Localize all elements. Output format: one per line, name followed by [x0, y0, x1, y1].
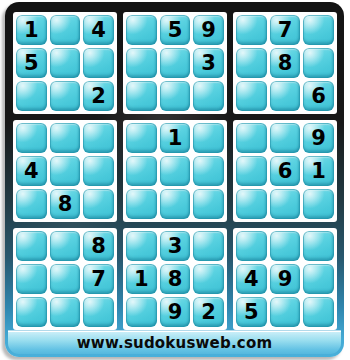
cell-r3c5[interactable] — [160, 81, 191, 111]
cell-r5c8[interactable]: 6 — [270, 156, 301, 186]
cell-r6c1[interactable] — [16, 189, 47, 219]
box-1-1: 1452 — [13, 12, 117, 114]
cell-r6c6[interactable] — [193, 189, 224, 219]
cell-r2c8[interactable]: 8 — [270, 48, 301, 78]
cell-r3c2[interactable] — [50, 81, 81, 111]
cell-r4c2[interactable] — [50, 123, 81, 153]
cell-r7c2[interactable] — [50, 231, 81, 261]
box-2-2: 1 — [123, 120, 227, 222]
cell-r2c4[interactable] — [126, 48, 157, 78]
cell-r3c7[interactable] — [236, 81, 267, 111]
box-2-3: 961 — [233, 120, 337, 222]
cell-r1c4[interactable] — [126, 15, 157, 45]
cell-r8c1[interactable] — [16, 264, 47, 294]
cell-r1c1[interactable]: 1 — [16, 15, 47, 45]
board-frame: 14525937864819618731892495 www.sudokuswe… — [5, 2, 344, 357]
cell-r2c9[interactable] — [303, 48, 334, 78]
cell-r4c7[interactable] — [236, 123, 267, 153]
cell-r4c8[interactable] — [270, 123, 301, 153]
cell-r9c4[interactable] — [126, 297, 157, 327]
sudoku-page: 14525937864819618731892495 www.sudokuswe… — [0, 0, 350, 360]
cell-r6c3[interactable] — [83, 189, 114, 219]
cell-r7c1[interactable] — [16, 231, 47, 261]
cell-r8c9[interactable] — [303, 264, 334, 294]
cell-r6c7[interactable] — [236, 189, 267, 219]
cell-r8c3[interactable]: 7 — [83, 264, 114, 294]
cell-r5c9[interactable]: 1 — [303, 156, 334, 186]
cell-r6c8[interactable] — [270, 189, 301, 219]
cell-r3c8[interactable] — [270, 81, 301, 111]
cell-r5c7[interactable] — [236, 156, 267, 186]
footer-band: www.sudokusweb.com — [8, 331, 341, 354]
cell-r4c6[interactable] — [193, 123, 224, 153]
cell-r5c1[interactable]: 4 — [16, 156, 47, 186]
cell-r7c3[interactable]: 8 — [83, 231, 114, 261]
cell-r2c2[interactable] — [50, 48, 81, 78]
cell-r3c9[interactable]: 6 — [303, 81, 334, 111]
cell-r9c8[interactable] — [270, 297, 301, 327]
box-3-3: 495 — [233, 228, 337, 330]
cell-r1c6[interactable]: 9 — [193, 15, 224, 45]
cell-r1c2[interactable] — [50, 15, 81, 45]
cell-r3c1[interactable] — [16, 81, 47, 111]
cell-r6c9[interactable] — [303, 189, 334, 219]
cell-r9c9[interactable] — [303, 297, 334, 327]
cell-r4c5[interactable]: 1 — [160, 123, 191, 153]
cell-r2c6[interactable]: 3 — [193, 48, 224, 78]
cell-r8c2[interactable] — [50, 264, 81, 294]
cell-r3c4[interactable] — [126, 81, 157, 111]
cell-r9c7[interactable]: 5 — [236, 297, 267, 327]
cell-r5c5[interactable] — [160, 156, 191, 186]
cell-r9c3[interactable] — [83, 297, 114, 327]
cell-r7c5[interactable]: 3 — [160, 231, 191, 261]
box-1-3: 786 — [233, 12, 337, 114]
box-3-1: 87 — [13, 228, 117, 330]
cell-r5c6[interactable] — [193, 156, 224, 186]
sudoku-board: 14525937864819618731892495 — [13, 12, 337, 330]
cell-r7c7[interactable] — [236, 231, 267, 261]
cell-r1c5[interactable]: 5 — [160, 15, 191, 45]
cell-r1c3[interactable]: 4 — [83, 15, 114, 45]
cell-r7c8[interactable] — [270, 231, 301, 261]
cell-r2c7[interactable] — [236, 48, 267, 78]
cell-r4c3[interactable] — [83, 123, 114, 153]
cell-r5c2[interactable] — [50, 156, 81, 186]
cell-r5c4[interactable] — [126, 156, 157, 186]
cell-r9c1[interactable] — [16, 297, 47, 327]
cell-r7c6[interactable] — [193, 231, 224, 261]
cell-r9c5[interactable]: 9 — [160, 297, 191, 327]
cell-r2c3[interactable] — [83, 48, 114, 78]
cell-r6c2[interactable]: 8 — [50, 189, 81, 219]
cell-r1c7[interactable] — [236, 15, 267, 45]
cell-r8c8[interactable]: 9 — [270, 264, 301, 294]
cell-r5c3[interactable] — [83, 156, 114, 186]
cell-r3c6[interactable] — [193, 81, 224, 111]
cell-r6c4[interactable] — [126, 189, 157, 219]
cell-r2c1[interactable]: 5 — [16, 48, 47, 78]
cell-r2c5[interactable] — [160, 48, 191, 78]
site-url-label: www.sudokusweb.com — [77, 334, 272, 352]
cell-r4c1[interactable] — [16, 123, 47, 153]
cell-r1c9[interactable] — [303, 15, 334, 45]
cell-r8c5[interactable]: 8 — [160, 264, 191, 294]
cell-r1c8[interactable]: 7 — [270, 15, 301, 45]
cell-r7c4[interactable] — [126, 231, 157, 261]
cell-r4c9[interactable]: 9 — [303, 123, 334, 153]
cell-r9c2[interactable] — [50, 297, 81, 327]
cell-r8c7[interactable]: 4 — [236, 264, 267, 294]
cell-r9c6[interactable]: 2 — [193, 297, 224, 327]
box-1-2: 593 — [123, 12, 227, 114]
box-3-2: 31892 — [123, 228, 227, 330]
cell-r8c4[interactable]: 1 — [126, 264, 157, 294]
cell-r8c6[interactable] — [193, 264, 224, 294]
cell-r4c4[interactable] — [126, 123, 157, 153]
cell-r3c3[interactable]: 2 — [83, 81, 114, 111]
cell-r7c9[interactable] — [303, 231, 334, 261]
box-2-1: 48 — [13, 120, 117, 222]
cell-r6c5[interactable] — [160, 189, 191, 219]
